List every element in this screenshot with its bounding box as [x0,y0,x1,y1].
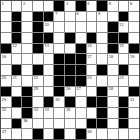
cell-r5-c1 [1,44,11,54]
cell-r2-c11[interactable] [108,12,118,22]
cell-r1-c4[interactable] [33,1,43,11]
cell-r5-c3[interactable] [22,44,32,54]
cell-r2-c5 [44,12,54,22]
clue-number: 35 [66,107,71,112]
cell-r4-c10[interactable] [97,33,107,43]
cell-r4-c8[interactable] [76,33,86,43]
clue-number: 2 [23,1,25,6]
cell-r2-c6[interactable]: 7 [54,12,64,22]
clue-number: 30 [55,97,60,102]
cell-r3-c8[interactable] [76,22,86,32]
cell-r2-c4 [33,12,43,22]
cell-r13-c1[interactable]: 37 [1,129,11,139]
clue-number: 33 [34,107,39,112]
cell-r12-c7[interactable] [65,119,75,129]
cell-r5-c8 [76,44,86,54]
cell-r7-c1[interactable] [1,65,11,75]
cell-r7-c3[interactable] [22,65,32,75]
clue-number: 25 [34,86,39,91]
cell-r4-c2 [12,33,22,43]
cell-r6-c12[interactable] [119,54,129,64]
cell-r3-c6[interactable] [54,22,64,32]
cell-r9-c8[interactable]: 27 [76,87,86,97]
cell-r1-c10 [97,1,107,11]
cell-r9-c1 [1,87,11,97]
cell-r6-c4[interactable] [33,54,43,64]
cell-r11-c12 [119,108,129,118]
clue-number: 7 [55,11,57,16]
cell-r7-c2 [12,65,22,75]
cell-r1-c5[interactable] [44,1,54,11]
cell-r2-c3[interactable] [22,12,32,22]
cell-r13-c9[interactable]: 38 [87,129,97,139]
cell-r7-c11[interactable] [108,65,118,75]
cell-r10-c9 [87,97,97,107]
cell-r10-c7 [65,97,75,107]
cell-r3-c9[interactable] [87,22,97,32]
cell-r7-c4 [33,65,43,75]
clue-number: 1 [2,1,4,6]
cell-r10-c1[interactable]: 29 [1,97,11,107]
cell-r3-c2 [12,22,22,32]
cell-r2-c1[interactable] [1,12,11,22]
cell-r11-c7[interactable]: 35 [65,108,75,118]
clue-number: 38 [87,129,92,134]
cell-r10-c12 [119,97,129,107]
cell-r4-c4 [33,33,43,43]
cell-r4-c5 [44,33,54,43]
clue-number: 17 [87,54,92,59]
cell-r9-c4[interactable]: 25 [33,87,43,97]
cell-r7-c5[interactable] [44,65,54,75]
clue-number: 16 [2,54,7,59]
cell-r4-c1[interactable] [1,33,11,43]
clue-number: 11 [119,22,124,27]
cell-r11-c10 [97,108,107,118]
cell-r13-c6 [54,129,64,139]
cell-r7-c6 [54,65,64,75]
cell-r11-c9[interactable] [87,108,97,118]
cell-r2-c8[interactable]: 8 [76,12,86,22]
cell-r4-c9 [87,33,97,43]
cell-r3-c13[interactable] [129,22,139,32]
cell-r6-c7 [65,54,75,64]
cell-r3-c5[interactable]: 10 [44,22,54,32]
cell-r13-c12[interactable] [119,129,129,139]
cell-r12-c1[interactable] [1,119,11,129]
clue-number: 36 [23,118,28,123]
cell-r10-c10 [97,97,107,107]
cell-r3-c7[interactable] [65,22,75,32]
cell-r12-c11[interactable] [108,119,118,129]
clue-number: 34 [44,107,49,112]
cell-r1-c2[interactable] [12,1,22,11]
cell-r9-c7[interactable]: 26 [65,87,75,97]
cell-r1-c11[interactable]: 5 [108,1,118,11]
cell-r8-c8 [76,76,86,86]
cell-r8-c10[interactable] [97,76,107,86]
cell-r1-c13[interactable]: 6 [129,1,139,11]
cell-r9-c5[interactable] [44,87,54,97]
cell-r6-c9[interactable]: 17 [87,54,97,64]
cell-r3-c3[interactable] [22,22,32,32]
cell-r9-c2[interactable] [12,87,22,97]
clue-number: 20 [2,75,7,80]
clue-number: 12 [12,43,17,48]
cell-r8-c12[interactable]: 24 [119,76,129,86]
cell-r4-c3[interactable] [22,33,32,43]
cell-r5-c5[interactable]: 13 [44,44,54,54]
cell-r4-c11 [108,33,118,43]
cell-r9-c12[interactable] [119,87,129,97]
clue-number: 15 [119,43,124,48]
cell-r12-c13[interactable] [129,119,139,129]
cell-r11-c1[interactable]: 32 [1,108,11,118]
clue-number: 6 [130,1,132,6]
cell-r2-c2 [12,12,22,22]
clue-number: 26 [66,86,71,91]
cell-r13-c5[interactable] [44,129,54,139]
cell-r8-c9[interactable]: 23 [87,76,97,86]
clue-number: 32 [2,107,7,112]
clue-number: 24 [119,75,124,80]
cell-r11-c4[interactable]: 33 [33,108,43,118]
cell-r6-c6 [54,54,64,64]
cell-r8-c6 [54,76,64,86]
cell-r5-c7[interactable] [65,44,75,54]
cell-r8-c7 [65,76,75,86]
cell-r7-c10 [97,65,107,75]
cell-r5-c6[interactable] [54,44,64,54]
clue-number: 9 [98,11,100,16]
cell-r12-c4[interactable] [33,119,43,129]
cell-r12-c10 [97,119,107,129]
cell-r6-c3[interactable] [22,54,32,64]
clue-number: 8 [76,11,78,16]
cell-r7-c7 [65,65,75,75]
cell-r12-c2 [12,119,22,129]
cell-r8-c2[interactable]: 21 [12,76,22,86]
cell-r10-c2 [12,97,22,107]
clue-number: 18 [108,54,113,59]
cell-r5-c2[interactable]: 12 [12,44,22,54]
cell-r2-c9[interactable] [87,12,97,22]
cell-r10-c6[interactable]: 30 [54,97,64,107]
cell-r10-c11[interactable] [108,97,118,107]
cell-r1-c6 [54,1,64,11]
clue-number: 23 [87,75,92,80]
cell-r13-c4 [33,129,43,139]
cell-r3-c11 [108,22,118,32]
cell-r3-c12[interactable]: 11 [119,22,129,32]
cell-r2-c7[interactable] [65,12,75,22]
cell-r13-c2[interactable] [12,129,22,139]
clue-number: 22 [34,75,39,80]
clue-number: 37 [2,129,7,134]
cell-r1-c12[interactable] [119,1,129,11]
cell-r13-c13[interactable] [129,129,139,139]
cell-r8-c3[interactable] [22,76,32,86]
clue-number: 27 [76,86,81,91]
cell-r13-c8 [76,129,86,139]
cell-r10-c13[interactable]: 31 [129,97,139,107]
cell-r11-c11[interactable] [108,108,118,118]
cell-r8-c1[interactable]: 20 [1,76,11,86]
clue-number: 10 [44,22,49,27]
clue-number: 31 [130,97,135,102]
cell-r6-c11[interactable]: 18 [108,54,118,64]
cell-r12-c5[interactable] [44,119,54,129]
cell-r6-c5[interactable] [44,54,54,64]
cell-r7-c9[interactable] [87,65,97,75]
cell-r8-c5[interactable] [44,76,54,86]
cell-r2-c12 [119,12,129,22]
cell-r5-c9[interactable]: 14 [87,44,97,54]
cell-r8-c11[interactable] [108,76,118,86]
cell-r4-c7 [65,33,75,43]
cell-r13-c3[interactable] [22,129,32,139]
clue-number: 21 [12,75,17,80]
clue-number: 13 [44,43,49,48]
cell-r11-c5[interactable]: 34 [44,108,54,118]
clue-number: 14 [87,43,92,48]
cell-r1-c3[interactable]: 2 [22,1,32,11]
clue-number: 4 [87,1,89,6]
cell-r6-c8 [76,54,86,64]
clue-number: 29 [2,97,7,102]
crossword-board: 1234567891011121314151617181920212223242… [0,0,140,140]
cell-r10-c8[interactable] [76,97,86,107]
cell-r3-c4 [33,22,43,32]
cell-r9-c6 [54,87,64,97]
cell-r7-c8 [76,65,86,75]
cell-r6-c10[interactable] [97,54,107,64]
cell-r12-c9 [87,119,97,129]
clue-number: 3 [66,1,68,6]
cell-r10-c4[interactable] [33,97,43,107]
clue-number: 5 [108,1,110,6]
cell-r1-c1[interactable]: 1 [1,1,11,11]
cell-r8-c13[interactable] [129,76,139,86]
cell-r11-c8[interactable] [76,108,86,118]
cell-r4-c6[interactable] [54,33,64,43]
cell-r5-c11 [108,44,118,54]
cell-r5-c13 [129,44,139,54]
cell-r9-c3 [22,87,32,97]
cell-r9-c11[interactable]: 28 [108,87,118,97]
cell-r5-c12[interactable]: 15 [119,44,129,54]
cell-r1-c9[interactable]: 4 [87,1,97,11]
cell-r11-c3 [22,108,32,118]
cell-r3-c1[interactable] [1,22,11,32]
cell-r8-c4[interactable]: 22 [33,76,43,86]
cell-r1-c7[interactable]: 3 [65,1,75,11]
cell-r13-c10[interactable] [97,129,107,139]
cell-r6-c1[interactable]: 16 [1,54,11,64]
clue-number: 19 [130,54,135,59]
cell-r6-c13[interactable]: 19 [129,54,139,64]
cell-r3-c10[interactable] [97,22,107,32]
cell-r9-c10 [97,87,107,97]
cell-r10-c5 [44,97,54,107]
cell-r12-c12 [119,119,129,129]
cell-r7-c13[interactable] [129,65,139,75]
cell-r5-c10[interactable] [97,44,107,54]
cell-r4-c12 [119,33,129,43]
cell-r11-c13[interactable] [129,108,139,118]
cell-r13-c7[interactable] [65,129,75,139]
cell-r7-c12 [119,65,129,75]
cell-r5-c4 [33,44,43,54]
cell-r2-c13[interactable] [129,12,139,22]
cell-r11-c2[interactable] [12,108,22,118]
cell-r1-c8 [76,1,86,11]
cell-r4-c13[interactable] [129,33,139,43]
cell-r13-c11[interactable] [108,129,118,139]
cell-r9-c13 [129,87,139,97]
cell-r12-c3[interactable]: 36 [22,119,32,129]
cell-r6-c2[interactable] [12,54,22,64]
clue-number: 28 [108,86,113,91]
cell-r12-c6[interactable] [54,119,64,129]
cell-r2-c10[interactable]: 9 [97,12,107,22]
cell-r12-c8[interactable] [76,119,86,129]
cell-r11-c6[interactable] [54,108,64,118]
cell-r9-c9[interactable] [87,87,97,97]
cell-r10-c3 [22,97,32,107]
